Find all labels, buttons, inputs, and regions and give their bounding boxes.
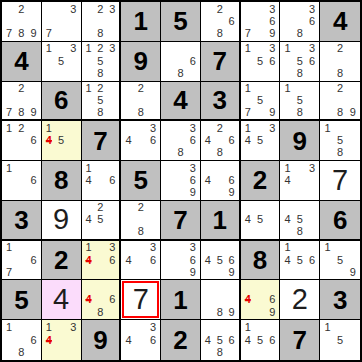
candidate-3: 3 <box>67 43 79 55</box>
pencil-marks: 2789 <box>3 3 40 40</box>
empty-candidate-slot <box>254 321 266 334</box>
candidate-5: 5 <box>254 94 266 106</box>
empty-candidate-slot <box>266 94 278 106</box>
empty-candidate-slot <box>55 15 67 27</box>
empty-candidate-slot <box>67 28 79 40</box>
candidate-5: 5 <box>214 334 226 347</box>
cell-r2c6[interactable]: 7 <box>201 42 241 82</box>
candidate-9: 9 <box>28 28 40 40</box>
empty-candidate-slot <box>106 281 118 293</box>
empty-candidate-slot <box>334 321 347 334</box>
cell-r5c8[interactable]: 134 <box>280 161 320 201</box>
cell-r6c8[interactable]: 458 <box>280 201 320 241</box>
empty-candidate-slot <box>135 214 147 226</box>
candidate-8: 8 <box>174 147 186 159</box>
candidate-1: 1 <box>3 321 15 334</box>
candidate-6: 6 <box>266 15 278 27</box>
empty-candidate-slot <box>135 122 147 134</box>
empty-candidate-slot <box>306 174 318 186</box>
empty-candidate-slot <box>242 147 254 159</box>
given-digit: 2 <box>54 247 68 273</box>
candidate-5: 5 <box>334 254 347 266</box>
empty-candidate-slot <box>94 281 106 293</box>
empty-candidate-slot <box>55 346 67 359</box>
candidate-2: 2 <box>334 43 347 55</box>
empty-candidate-slot <box>174 135 186 147</box>
pencil-marks: 68 <box>162 43 199 80</box>
given-digit: 1 <box>133 8 147 34</box>
cell-r2c2[interactable]: 135 <box>42 42 82 82</box>
cell-r5c4[interactable]: 5 <box>121 161 161 201</box>
empty-candidate-slot <box>306 94 318 106</box>
cell-r2c1[interactable]: 4 <box>2 42 42 82</box>
cell-r7c9[interactable]: 159 <box>320 241 360 281</box>
candidate-5: 5 <box>254 334 266 347</box>
empty-candidate-slot <box>147 266 159 278</box>
empty-candidate-slot <box>94 242 106 254</box>
empty-candidate-slot <box>83 202 95 214</box>
pencil-marks: 3679 <box>242 3 279 40</box>
candidate-4: 4 <box>242 334 254 347</box>
cell-r5c1[interactable]: 16 <box>2 161 42 201</box>
candidate-3: 3 <box>67 321 79 334</box>
cell-r9c6[interactable]: 4568 <box>201 320 241 360</box>
cell-r8c5[interactable]: 1 <box>161 280 201 320</box>
empty-candidate-slot <box>122 147 134 159</box>
cell-r5c5[interactable]: 369 <box>161 161 201 201</box>
empty-candidate-slot <box>3 187 15 199</box>
empty-candidate-slot <box>321 55 334 67</box>
cell-r9c7[interactable]: 1456 <box>241 320 281 360</box>
cell-r8c7[interactable]: 469 <box>241 280 281 320</box>
candidate-7: 7 <box>3 266 15 278</box>
cell-r6c6[interactable]: 1 <box>201 201 241 241</box>
cell-r1c7[interactable]: 3679 <box>241 2 281 42</box>
given-digit: 1 <box>213 207 227 233</box>
empty-candidate-slot <box>55 28 67 40</box>
cell-r8c8[interactable]: 2 <box>280 280 320 320</box>
candidate-8: 8 <box>334 147 347 159</box>
empty-candidate-slot <box>135 321 147 334</box>
candidate-2: 2 <box>94 43 106 55</box>
candidate-6: 6 <box>226 334 238 347</box>
cell-r1c2[interactable]: 37 <box>42 2 82 42</box>
cell-r1c4[interactable]: 1 <box>121 2 161 42</box>
cell-r3c5[interactable]: 4 <box>161 82 201 122</box>
empty-candidate-slot <box>254 67 266 79</box>
empty-candidate-slot <box>254 202 266 214</box>
empty-candidate-slot <box>83 94 95 106</box>
candidate-8: 8 <box>94 28 106 40</box>
empty-candidate-slot <box>3 83 15 95</box>
cell-r4c6[interactable]: 2468 <box>201 121 241 161</box>
empty-candidate-slot <box>15 334 27 347</box>
cell-r8c3[interactable]: 468 <box>82 280 122 320</box>
cell-r9c5[interactable]: 2 <box>161 320 201 360</box>
empty-candidate-slot <box>202 28 214 40</box>
candidate-6: 6 <box>306 15 318 27</box>
candidate-6: 6 <box>147 135 159 147</box>
empty-candidate-slot <box>346 254 359 266</box>
cell-r6c2[interactable]: 9 <box>42 201 82 241</box>
solved-digit: 7 <box>133 285 149 314</box>
candidate-8: 8 <box>294 28 306 40</box>
empty-candidate-slot <box>306 242 318 254</box>
empty-candidate-slot <box>266 321 278 334</box>
pencil-marks: 1579 <box>242 83 279 119</box>
pencil-marks: 167 <box>3 242 40 279</box>
empty-candidate-slot <box>43 147 55 159</box>
empty-candidate-slot <box>174 266 186 278</box>
cell-r8c6[interactable]: 89 <box>201 280 241 320</box>
empty-candidate-slot <box>94 187 106 199</box>
cell-r5c7[interactable]: 2 <box>241 161 281 201</box>
given-digit: 4 <box>14 48 28 74</box>
cell-r3c4[interactable]: 28 <box>121 82 161 122</box>
empty-candidate-slot <box>281 266 293 278</box>
empty-candidate-slot <box>94 15 106 27</box>
candidate-8: 8 <box>135 226 147 238</box>
pencil-marks: 168 <box>3 321 40 359</box>
empty-candidate-slot <box>94 162 106 174</box>
empty-candidate-slot <box>28 266 40 278</box>
empty-candidate-slot <box>106 266 118 278</box>
cell-r1c1[interactable]: 2789 <box>2 2 42 42</box>
cell-r9c1[interactable]: 168 <box>2 320 42 360</box>
cell-r5c3[interactable]: 146 <box>82 161 122 201</box>
cell-r4c5[interactable]: 368 <box>161 121 201 161</box>
cell-r4c2[interactable]: 145 <box>42 121 82 161</box>
cell-r5c2[interactable]: 8 <box>42 161 82 201</box>
empty-candidate-slot <box>214 187 226 199</box>
pencil-marks: 126 <box>3 122 40 159</box>
candidate-3: 3 <box>147 122 159 134</box>
candidate-3: 3 <box>106 242 118 254</box>
empty-candidate-slot <box>346 67 359 79</box>
empty-candidate-slot <box>28 83 40 95</box>
empty-candidate-slot <box>28 242 40 254</box>
empty-candidate-slot <box>202 266 214 278</box>
empty-candidate-slot <box>122 83 134 95</box>
candidate-3: 3 <box>306 162 318 174</box>
empty-candidate-slot <box>281 67 293 79</box>
cell-r7c1[interactable]: 167 <box>2 241 42 281</box>
candidate-3: 3 <box>266 43 278 55</box>
candidate-1: 1 <box>242 321 254 334</box>
empty-candidate-slot <box>346 122 359 134</box>
empty-candidate-slot <box>306 266 318 278</box>
empty-candidate-slot <box>202 15 214 27</box>
empty-candidate-slot <box>202 3 214 15</box>
empty-candidate-slot <box>346 83 359 95</box>
pencil-marks: 15 <box>321 321 359 359</box>
cell-r1c3[interactable]: 238 <box>82 2 122 42</box>
cell-r2c3[interactable]: 12358 <box>82 42 122 82</box>
empty-candidate-slot <box>28 15 40 27</box>
empty-candidate-slot <box>15 266 27 278</box>
cell-r6c5[interactable]: 7 <box>161 201 201 241</box>
candidate-8: 8 <box>94 67 106 79</box>
cell-r4c7[interactable]: 1345 <box>241 121 281 161</box>
empty-candidate-slot <box>122 226 134 238</box>
empty-candidate-slot <box>254 122 266 134</box>
cell-r8c2[interactable]: 4 <box>42 280 82 320</box>
candidate-6: 6 <box>266 294 278 306</box>
empty-candidate-slot <box>43 15 55 27</box>
pencil-marks: 1456 <box>281 242 318 279</box>
cell-r2c5[interactable]: 68 <box>161 42 201 82</box>
candidate-9: 9 <box>346 266 359 278</box>
empty-candidate-slot <box>147 83 159 95</box>
empty-candidate-slot <box>346 55 359 67</box>
cell-r9c9[interactable]: 15 <box>320 320 360 360</box>
candidate-4: 4 <box>202 254 214 266</box>
empty-candidate-slot <box>67 346 79 359</box>
candidate-3: 3 <box>187 122 199 134</box>
empty-candidate-slot <box>162 122 174 134</box>
cell-r8c4[interactable]: 7 <box>121 280 161 320</box>
candidate-6: 6 <box>226 174 238 186</box>
cell-r1c6[interactable]: 268 <box>201 2 241 42</box>
empty-candidate-slot <box>254 346 266 359</box>
empty-candidate-slot <box>55 67 67 79</box>
empty-candidate-slot <box>28 3 40 15</box>
cell-r3c8[interactable]: 158 <box>280 82 320 122</box>
cell-r7c8[interactable]: 1456 <box>280 241 320 281</box>
empty-candidate-slot <box>346 147 359 159</box>
empty-candidate-slot <box>306 202 318 214</box>
cell-r8c1[interactable]: 5 <box>2 280 42 320</box>
candidate-8: 8 <box>294 67 306 79</box>
empty-candidate-slot <box>346 346 359 359</box>
pencil-marks: 28 <box>122 83 159 119</box>
candidate-1: 1 <box>83 162 95 174</box>
cell-r3c7[interactable]: 1579 <box>241 82 281 122</box>
empty-candidate-slot <box>174 55 186 67</box>
pencil-marks: 159 <box>321 242 359 279</box>
candidate-2: 2 <box>94 3 106 15</box>
candidate-4: 4 <box>122 334 134 347</box>
cell-r5c9[interactable]: 7 <box>320 161 360 201</box>
empty-candidate-slot <box>321 266 334 278</box>
empty-candidate-slot <box>187 147 199 159</box>
cell-r7c6[interactable]: 4569 <box>201 241 241 281</box>
pencil-marks: 458 <box>281 202 318 238</box>
empty-candidate-slot <box>94 174 106 186</box>
empty-candidate-slot <box>281 94 293 106</box>
candidate-8: 8 <box>94 306 106 318</box>
empty-candidate-slot <box>334 122 347 134</box>
empty-candidate-slot <box>226 346 238 359</box>
empty-candidate-slot <box>226 321 238 334</box>
candidate-6: 6 <box>106 254 118 266</box>
candidate-8: 8 <box>174 67 186 79</box>
pencil-marks: 245 <box>83 202 119 238</box>
candidate-1: 1 <box>83 242 95 254</box>
candidate-1: 1 <box>281 83 293 95</box>
empty-candidate-slot <box>214 135 226 147</box>
cell-r6c4[interactable]: 28 <box>121 201 161 241</box>
candidate-4: 4 <box>122 254 134 266</box>
empty-candidate-slot <box>281 187 293 199</box>
pencil-marks: 158 <box>321 122 359 159</box>
cell-r9c2[interactable]: 134 <box>42 320 82 360</box>
empty-candidate-slot <box>281 15 293 27</box>
cell-r4c8[interactable]: 9 <box>280 121 320 161</box>
cell-r6c9[interactable]: 6 <box>320 201 360 241</box>
empty-candidate-slot <box>106 94 118 106</box>
empty-candidate-slot <box>94 254 106 266</box>
pencil-marks: 369 <box>162 242 199 279</box>
empty-candidate-slot <box>55 3 67 15</box>
empty-candidate-slot <box>15 147 27 159</box>
pencil-marks: 346 <box>122 321 159 359</box>
empty-candidate-slot <box>3 147 15 159</box>
empty-candidate-slot <box>15 187 27 199</box>
pencil-marks: 368 <box>281 3 318 40</box>
pencil-marks: 28 <box>122 202 159 238</box>
candidate-3: 3 <box>147 321 159 334</box>
eliminated-candidate-4: 4 <box>242 294 254 306</box>
candidate-4: 4 <box>202 135 214 147</box>
empty-candidate-slot <box>83 55 95 67</box>
empty-candidate-slot <box>254 83 266 95</box>
candidate-8: 8 <box>294 226 306 238</box>
cell-r1c9[interactable]: 4 <box>320 2 360 42</box>
empty-candidate-slot <box>254 147 266 159</box>
empty-candidate-slot <box>15 242 27 254</box>
empty-candidate-slot <box>162 162 174 174</box>
empty-candidate-slot <box>55 321 67 334</box>
pencil-marks: 12358 <box>83 43 119 80</box>
empty-candidate-slot <box>15 321 27 334</box>
candidate-7: 7 <box>242 106 254 118</box>
candidate-7: 7 <box>3 28 15 40</box>
candidate-3: 3 <box>187 242 199 254</box>
candidate-1: 1 <box>3 162 15 174</box>
empty-candidate-slot <box>306 28 318 40</box>
candidate-1: 1 <box>321 321 334 334</box>
cell-r4c3[interactable]: 7 <box>82 121 122 161</box>
cell-r9c4[interactable]: 346 <box>121 320 161 360</box>
empty-candidate-slot <box>122 242 134 254</box>
cell-r7c4[interactable]: 346 <box>121 241 161 281</box>
cell-r1c8[interactable]: 368 <box>280 2 320 42</box>
cell-r7c2[interactable]: 2 <box>42 241 82 281</box>
empty-candidate-slot <box>306 187 318 199</box>
empty-candidate-slot <box>294 3 306 15</box>
cell-r5c6[interactable]: 469 <box>201 161 241 201</box>
pencil-marks: 1258 <box>83 83 119 119</box>
cell-r8c9[interactable]: 3 <box>320 280 360 320</box>
pencil-marks: 4569 <box>202 242 238 279</box>
empty-candidate-slot <box>254 3 266 15</box>
empty-candidate-slot <box>135 266 147 278</box>
empty-candidate-slot <box>162 43 174 55</box>
candidate-1: 1 <box>321 122 334 134</box>
cell-r9c8[interactable]: 7 <box>280 320 320 360</box>
cell-r6c3[interactable]: 245 <box>82 201 122 241</box>
given-digit: 8 <box>253 247 267 273</box>
empty-candidate-slot <box>15 254 27 266</box>
empty-candidate-slot <box>3 3 15 15</box>
cell-r4c4[interactable]: 346 <box>121 121 161 161</box>
candidate-3: 3 <box>187 162 199 174</box>
empty-candidate-slot <box>67 122 79 134</box>
given-digit: 1 <box>173 287 187 313</box>
empty-candidate-slot <box>321 135 334 147</box>
cell-r4c1[interactable]: 126 <box>2 121 42 161</box>
given-digit: 6 <box>333 207 347 233</box>
cell-r3c6[interactable]: 3 <box>201 82 241 122</box>
cell-r2c9[interactable]: 28 <box>320 42 360 82</box>
empty-candidate-slot <box>67 147 79 159</box>
given-digit: 2 <box>173 327 187 353</box>
cell-r3c3[interactable]: 1258 <box>82 82 122 122</box>
given-digit: 8 <box>54 167 68 193</box>
empty-candidate-slot <box>106 162 118 174</box>
candidate-1: 1 <box>281 242 293 254</box>
cell-r6c7[interactable]: 45 <box>241 201 281 241</box>
empty-candidate-slot <box>122 266 134 278</box>
empty-candidate-slot <box>15 15 27 27</box>
cell-r7c7[interactable]: 8 <box>241 241 281 281</box>
given-digit: 7 <box>213 48 227 74</box>
cell-r1c5[interactable]: 5 <box>161 2 201 42</box>
cell-r4c9[interactable]: 158 <box>320 121 360 161</box>
pencil-marks: 238 <box>83 3 119 40</box>
empty-candidate-slot <box>83 15 95 27</box>
empty-candidate-slot <box>294 162 306 174</box>
empty-candidate-slot <box>202 147 214 159</box>
candidate-1: 1 <box>281 162 293 174</box>
candidate-1: 1 <box>43 321 55 334</box>
empty-candidate-slot <box>281 202 293 214</box>
cell-r2c8[interactable]: 13568 <box>280 42 320 82</box>
candidate-6: 6 <box>147 334 159 347</box>
cell-r3c1[interactable]: 2789 <box>2 82 42 122</box>
cell-r3c2[interactable]: 6 <box>42 82 82 122</box>
candidate-4: 4 <box>122 135 134 147</box>
cell-r7c3[interactable]: 1346 <box>82 241 122 281</box>
empty-candidate-slot <box>281 55 293 67</box>
candidate-5: 5 <box>294 94 306 106</box>
empty-candidate-slot <box>294 187 306 199</box>
empty-candidate-slot <box>346 43 359 55</box>
empty-candidate-slot <box>43 67 55 79</box>
given-digit: 3 <box>213 87 227 113</box>
empty-candidate-slot <box>28 122 40 134</box>
empty-candidate-slot <box>266 226 278 238</box>
cell-r2c4[interactable]: 9 <box>121 42 161 82</box>
cell-r6c1[interactable]: 3 <box>2 201 42 241</box>
empty-candidate-slot <box>266 83 278 95</box>
cell-r3c9[interactable]: 289 <box>320 82 360 122</box>
candidate-1: 1 <box>321 242 334 254</box>
empty-candidate-slot <box>321 67 334 79</box>
candidate-6: 6 <box>28 174 40 186</box>
cell-r7c5[interactable]: 369 <box>161 241 201 281</box>
empty-candidate-slot <box>83 67 95 79</box>
candidate-1: 1 <box>242 122 254 134</box>
pencil-marks: 346 <box>122 122 159 159</box>
candidate-3: 3 <box>147 242 159 254</box>
cell-r9c3[interactable]: 9 <box>82 320 122 360</box>
pencil-marks: 289 <box>321 83 359 119</box>
empty-candidate-slot <box>226 281 238 293</box>
cell-r2c7[interactable]: 1356 <box>241 42 281 82</box>
empty-candidate-slot <box>266 214 278 226</box>
